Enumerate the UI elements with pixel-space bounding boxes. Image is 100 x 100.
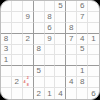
cell-r6c2[interactable]: [12, 55, 23, 66]
cell-r5c5[interactable]: [45, 45, 56, 56]
cell-r8c6[interactable]: [55, 77, 66, 88]
cell-r3c6[interactable]: [55, 23, 66, 34]
cell-r5c2[interactable]: [12, 45, 23, 56]
cell-r3c1[interactable]: [1, 23, 12, 34]
cell-r7c6[interactable]: [55, 66, 66, 77]
given-digit: 1: [47, 90, 51, 98]
cell-r2c7[interactable]: [66, 12, 77, 23]
given-digit: 2: [36, 90, 40, 98]
cell-r9c7[interactable]: [66, 88, 77, 99]
cell-r1c2[interactable]: [12, 1, 23, 12]
cell-r7c1[interactable]: [1, 66, 12, 77]
given-digit: 1: [4, 56, 8, 64]
cell-r4c7[interactable]: 7: [66, 34, 77, 45]
cell-r6c3[interactable]: [23, 55, 34, 66]
cell-r7c2[interactable]: [12, 66, 23, 77]
cell-r4c8[interactable]: 4: [77, 34, 88, 45]
given-digit: 2: [25, 35, 29, 43]
cell-r8c8[interactable]: 8: [77, 77, 88, 88]
cell-r1c1[interactable]: [1, 1, 12, 12]
cell-r5c1[interactable]: 3: [1, 45, 12, 56]
cell-r5c8[interactable]: 5: [77, 45, 88, 56]
cell-r5c7[interactable]: [66, 45, 77, 56]
cell-r1c6[interactable]: 5: [55, 1, 66, 12]
given-digit: 5: [80, 45, 84, 53]
cell-r7c7[interactable]: [66, 66, 77, 77]
cell-r1c8[interactable]: 6: [77, 1, 88, 12]
given-digit: 2: [15, 78, 19, 86]
cell-r8c9[interactable]: [88, 77, 99, 88]
cell-r8c7[interactable]: 4: [66, 77, 77, 88]
cell-r6c1[interactable]: 1: [1, 55, 12, 66]
given-digit: 4: [80, 35, 84, 43]
cell-r6c9[interactable]: [88, 55, 99, 66]
given-digit: 1: [91, 35, 95, 43]
given-digit: 4: [58, 90, 62, 98]
cell-r5c4[interactable]: 8: [34, 45, 45, 56]
given-digit: 7: [80, 13, 84, 21]
cell-r7c4[interactable]: 5: [34, 66, 45, 77]
given-digit: 1: [80, 67, 84, 75]
given-digit: 4: [69, 78, 73, 86]
given-digit: 8: [69, 24, 73, 32]
cell-r4c6[interactable]: [55, 34, 66, 45]
cell-r1c7[interactable]: [66, 1, 77, 12]
cell-r9c4[interactable]: 2: [34, 88, 45, 99]
cell-r9c6[interactable]: 4: [55, 88, 66, 99]
given-digit: 8: [80, 78, 84, 86]
given-digit: 9: [25, 13, 29, 21]
cell-r2c1[interactable]: [1, 12, 12, 23]
cell-r8c5[interactable]: [45, 77, 56, 88]
cell-r3c2[interactable]: [12, 23, 23, 34]
cell-r8c1[interactable]: [1, 77, 12, 88]
cell-r7c5[interactable]: [45, 66, 56, 77]
cell-r8c4[interactable]: [34, 77, 45, 88]
cell-r5c9[interactable]: [88, 45, 99, 56]
cell-r2c2[interactable]: [12, 12, 23, 23]
cell-r6c6[interactable]: [55, 55, 66, 66]
cell-r2c6[interactable]: [55, 12, 66, 23]
pencil-notes: 248: [23, 77, 33, 87]
cell-r4c1[interactable]: 8: [1, 34, 12, 45]
given-digit: 8: [4, 35, 8, 43]
given-digit: 6: [91, 90, 95, 98]
cell-r6c8[interactable]: [77, 55, 88, 66]
given-digit: 9: [47, 35, 51, 43]
cell-r3c4[interactable]: [34, 23, 45, 34]
given-digit: 8: [47, 13, 51, 21]
cell-r9c1[interactable]: [1, 88, 12, 99]
cell-r6c5[interactable]: [45, 55, 56, 66]
cell-r3c5[interactable]: 6: [45, 23, 56, 34]
cell-r9c2[interactable]: [12, 88, 23, 99]
cell-r8c3[interactable]: 248: [23, 77, 34, 88]
cell-r6c4[interactable]: [34, 55, 45, 66]
cell-r7c9[interactable]: [88, 66, 99, 77]
cell-r4c5[interactable]: 9: [45, 34, 56, 45]
cell-r3c3[interactable]: [23, 23, 34, 34]
cell-r1c5[interactable]: [45, 1, 56, 12]
cell-r3c8[interactable]: [77, 23, 88, 34]
cell-r2c5[interactable]: 8: [45, 12, 56, 23]
cell-r6c7[interactable]: [66, 55, 77, 66]
cell-r7c8[interactable]: 1: [77, 66, 88, 77]
cell-r4c2[interactable]: [12, 34, 23, 45]
given-digit: 6: [80, 2, 84, 10]
cell-r9c8[interactable]: [77, 88, 88, 99]
given-digit: 7: [69, 35, 73, 43]
cell-r9c3[interactable]: [23, 88, 34, 99]
cell-r5c3[interactable]: [23, 45, 34, 56]
given-digit: 3: [4, 45, 8, 53]
cell-r4c9[interactable]: 1: [88, 34, 99, 45]
cell-r2c9[interactable]: [88, 12, 99, 23]
sudoku-board: 56987688297413851512248482146: [0, 0, 100, 100]
cell-r2c8[interactable]: 7: [77, 12, 88, 23]
cell-r1c9[interactable]: [88, 1, 99, 12]
given-digit: 5: [58, 2, 62, 10]
cell-r4c4[interactable]: [34, 34, 45, 45]
given-digit: 6: [47, 24, 51, 32]
cell-r5c6[interactable]: [55, 45, 66, 56]
cell-r9c9[interactable]: 6: [88, 88, 99, 99]
cell-r1c3[interactable]: [23, 1, 34, 12]
cell-r8c2[interactable]: 2: [12, 77, 23, 88]
cell-r3c7[interactable]: 8: [66, 23, 77, 34]
cell-r2c3[interactable]: 9: [23, 12, 34, 23]
given-digit: 8: [36, 45, 40, 53]
cell-r9c5[interactable]: 1: [45, 88, 56, 99]
cell-r4c3[interactable]: 2: [23, 34, 34, 45]
given-digit: 5: [36, 67, 40, 75]
cell-r1c4[interactable]: [34, 1, 45, 12]
cell-r2c4[interactable]: [34, 12, 45, 23]
cell-r3c9[interactable]: [88, 23, 99, 34]
